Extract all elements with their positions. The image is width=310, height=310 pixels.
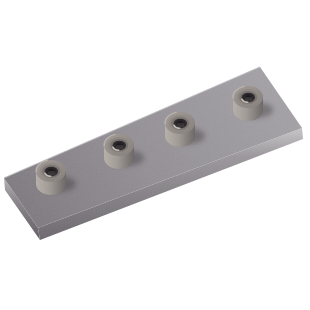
- product-photo: [0, 0, 310, 310]
- metal-plate-photo: [0, 0, 310, 310]
